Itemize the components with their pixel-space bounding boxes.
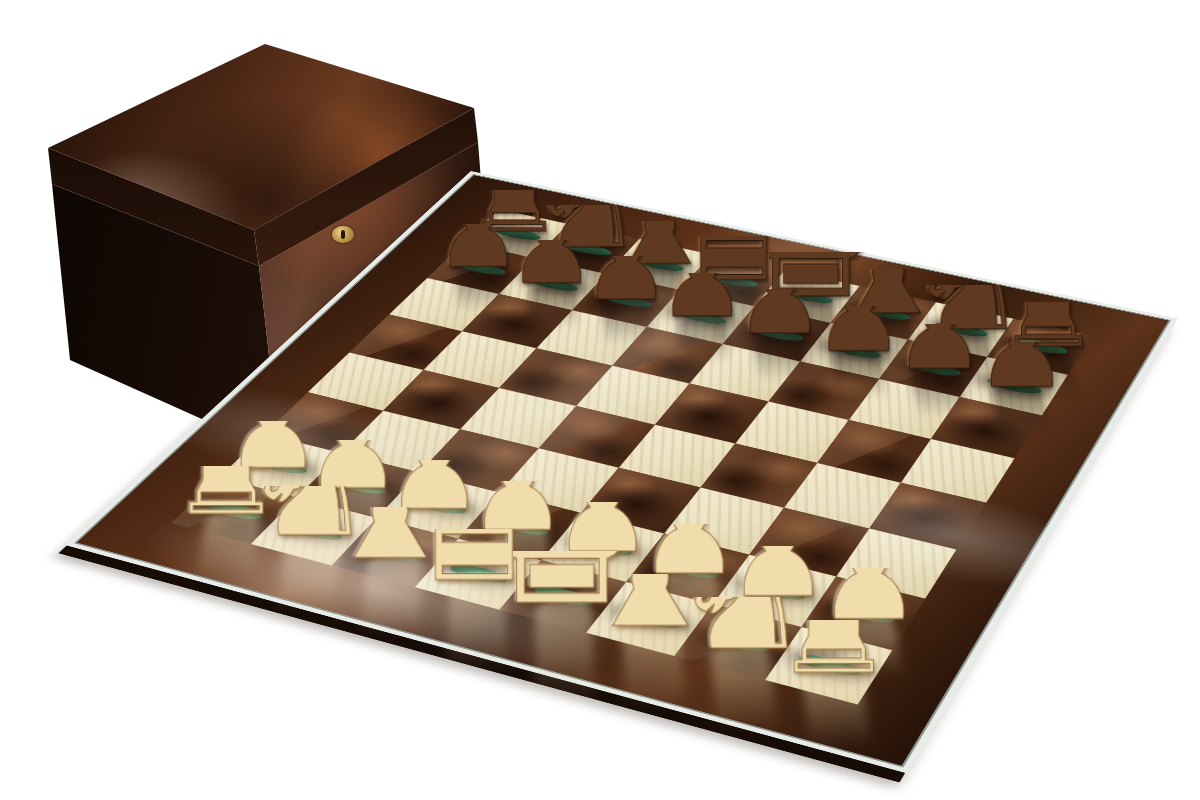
chess-board: ♜♞♝♛♚♝♞♜♟♟♟♟♟♟♟♟♟♟♟♟♟♟♟♟♜♞♝♛♚♝♞♜ [65,171,1178,774]
white-rook-h1[interactable]: ♜ [783,620,883,720]
black-pawn-h7[interactable]: ♟ [978,342,1065,429]
piece-glyph: ♟ [658,223,747,330]
square-g7[interactable]: ♟ [879,340,987,397]
piece-glyph: ♜ [770,540,896,692]
square-h1[interactable]: ♜ [765,627,892,704]
black-pawn-c7[interactable]: ♟ [584,256,667,339]
black-pawn-d7[interactable]: ♟ [660,273,744,357]
black-pawn-f7[interactable]: ♟ [816,306,901,391]
piece-glyph: ♟ [582,207,670,313]
black-pawn-e7[interactable]: ♟ [737,289,821,373]
black-pawn-a7[interactable]: ♟ [437,224,518,305]
piece-glyph: ♟ [735,239,824,347]
black-pawn-g7[interactable]: ♟ [896,324,982,410]
square-f7[interactable]: ♟ [800,323,908,379]
black-pawn-b7[interactable]: ♟ [510,240,592,322]
board-scene: ♜♞♝♛♚♝♞♜♟♟♟♟♟♟♟♟♟♟♟♟♟♟♟♟♜♞♝♛♚♝♞♜ [0,0,1200,800]
square-h7[interactable]: ♟ [960,357,1068,415]
piece-glyph: ♟ [975,289,1067,400]
piece-glyph: ♟ [813,255,903,364]
product-photo-scene: ♜♞♝♛♚♝♞♜♟♟♟♟♟♟♟♟♟♟♟♟♟♟♟♟♜♞♝♛♚♝♞♜ [0,0,1200,800]
piece-glyph: ♟ [893,272,984,382]
